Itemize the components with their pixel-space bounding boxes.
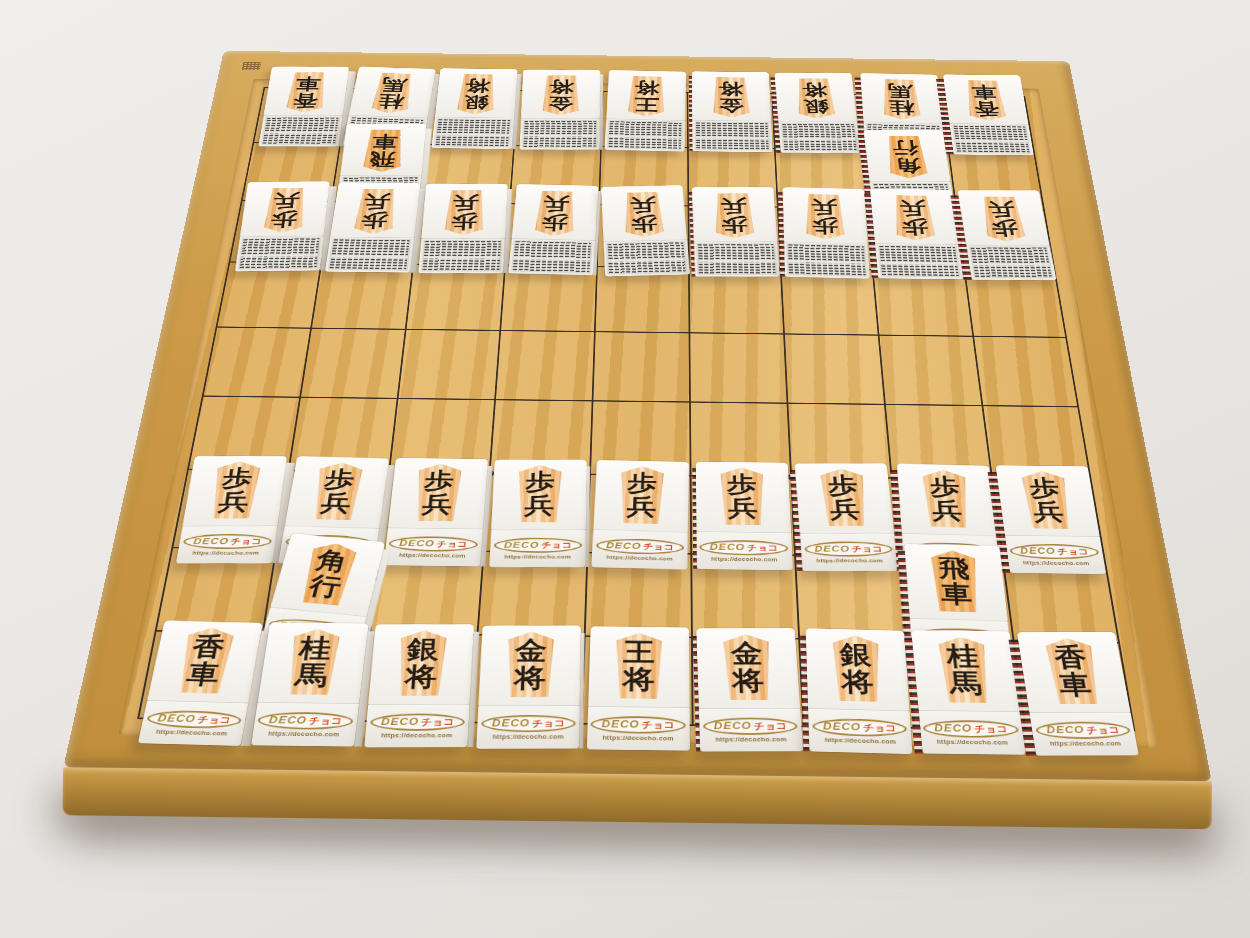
piece-top-face: 歩兵	[239, 181, 329, 237]
logo-choco-text: チョコ	[643, 541, 674, 552]
piece-shield: 桂馬	[929, 637, 1000, 703]
piece-sente-knight[interactable]: 桂馬DECOチョコhttps://decocho.com	[251, 622, 369, 746]
wrapper-logo-face: DECOチョコhttps://decocho.com	[1005, 536, 1106, 574]
piece-gote-pawn[interactable]: 歩兵	[418, 184, 507, 273]
piece-sente-pawn[interactable]: 歩兵DECOチョコhttps://decocho.com	[489, 460, 586, 567]
piece-gote-pawn[interactable]: 歩兵	[325, 182, 420, 272]
piece-top-face: 桂馬	[911, 630, 1020, 713]
piece-shield: 歩兵	[914, 469, 978, 528]
piece-top-face: 歩兵	[284, 456, 388, 529]
wrapper-logo-face: DECOチョコhttps://decocho.com	[489, 530, 586, 567]
piece-sente-pawn[interactable]: 歩兵DECOチョコhttps://decocho.com	[794, 463, 898, 571]
piece-kanji: 将	[801, 82, 827, 99]
logo-choco-text: チョコ	[862, 722, 896, 735]
deco-choco-logo: DECOチョコ	[803, 542, 893, 557]
brand-url: https://decocho.com	[504, 554, 571, 559]
logo-deco-text: DECO	[605, 540, 641, 551]
piece-kanji: 歩	[627, 471, 657, 495]
piece-gote-pawn[interactable]: 歩兵	[782, 187, 869, 279]
brand-url: https://decocho.com	[380, 732, 452, 738]
piece-shield: 歩兵	[255, 188, 313, 233]
piece-kanji: 兵	[987, 200, 1016, 219]
piece-gote-pawn[interactable]: 歩兵	[601, 185, 690, 276]
piece-kanji: 将	[634, 79, 659, 96]
piece-shield: 香車	[957, 80, 1013, 121]
piece-gote-pawn[interactable]: 歩兵	[870, 189, 963, 280]
wrapper-logo-face: DECOチョコhttps://decocho.com	[698, 709, 802, 752]
piece-kanji: 香	[973, 100, 1000, 117]
piece-kanji: 将	[731, 667, 764, 695]
piece-shield: 銀将	[449, 74, 502, 115]
deco-choco-logo: DECOチョコ	[1034, 722, 1131, 739]
piece-top-face: 銀将	[805, 628, 909, 712]
nutrition-label-print	[262, 118, 338, 144]
logo-deco-text: DECO	[268, 714, 308, 726]
piece-top-face: 歩兵	[896, 463, 996, 536]
piece-sente-silver[interactable]: 銀将DECOチョコhttps://decocho.com	[364, 624, 474, 747]
nutrition-label-print	[953, 126, 1029, 153]
piece-top-face: 銀将	[368, 624, 474, 705]
piece-kanji: 桂	[945, 642, 980, 669]
piece-shield: 金将	[714, 634, 781, 700]
logo-choco-text: チョコ	[851, 544, 883, 555]
nutrition-label-print	[523, 121, 596, 147]
piece-kanji: 将	[623, 665, 655, 693]
wrapper-label-face	[418, 239, 505, 273]
piece-top-face: 金将	[691, 71, 770, 122]
logo-deco-text: DECO	[192, 536, 229, 546]
wrapper-label-face	[508, 239, 595, 275]
piece-top-face: 桂馬	[257, 622, 368, 704]
logo-choco-text: チョコ	[1085, 724, 1120, 736]
piece-top-face: 歩兵	[387, 458, 487, 530]
piece-kanji: 歩	[929, 474, 961, 498]
piece-shield: 歩兵	[303, 462, 371, 521]
piece-kanji: 歩	[1028, 476, 1061, 500]
piece-kanji: 香	[1052, 644, 1088, 671]
piece-top-face: 飛車	[904, 544, 1007, 623]
wrapper-logo-face: DECOチョコhttps://decocho.com	[383, 528, 482, 566]
wrapper-logo-face: DECOチョコhttps://decocho.com	[808, 709, 912, 754]
nutrition-label-print	[422, 241, 500, 270]
piece-gote-pawn[interactable]: 歩兵	[957, 190, 1056, 280]
wrapper-label-face	[325, 237, 414, 272]
logo-deco-text: DECO	[491, 717, 529, 729]
piece-top-face: 歩兵	[330, 182, 420, 238]
piece-kanji: 桂	[888, 99, 914, 116]
piece-kanji: 兵	[319, 491, 353, 516]
piece-kanji: 馬	[887, 82, 913, 99]
piece-kanji: 将	[464, 77, 490, 94]
piece-shield: 飛車	[922, 550, 989, 613]
piece-kanji: 将	[718, 81, 743, 98]
piece-kanji: 歩	[826, 473, 858, 497]
piece-kanji: 銀	[839, 641, 872, 669]
piece-kanji: 兵	[216, 490, 250, 514]
piece-kanji: 将	[404, 663, 438, 691]
piece-shield: 歩兵	[508, 465, 569, 522]
piece-kanji: 歩	[721, 216, 748, 235]
wrapper-logo-face: DECOチョコhttps://decocho.com	[1029, 713, 1138, 756]
logo-choco-text: チョコ	[1057, 546, 1090, 557]
piece-kanji: 歩	[450, 212, 478, 231]
wrapper-label-face	[693, 242, 779, 277]
piece-top-face: 歩兵	[593, 460, 689, 533]
piece-shield: 桂馬	[277, 629, 349, 695]
piece-shield: 歩兵	[346, 189, 405, 234]
nutrition-label-print	[239, 238, 319, 268]
piece-top-face: 歩兵	[995, 465, 1099, 537]
piece-sente-pawn[interactable]: 歩兵DECOチョコhttps://decocho.com	[695, 462, 792, 571]
piece-kanji: 銀	[462, 94, 488, 111]
wrapper-label-face	[875, 244, 963, 280]
piece-shield: 歩兵	[973, 197, 1033, 242]
logo-deco-text: DECO	[710, 542, 746, 552]
piece-kanji: 銀	[406, 636, 440, 663]
piece-gote-silver[interactable]: 銀将	[431, 68, 517, 149]
brand-url: https://decocho.com	[816, 558, 883, 563]
deco-choco-logo: DECOチョコ	[923, 720, 1020, 738]
piece-top-face: 歩兵	[695, 462, 790, 534]
piece-kanji: 兵	[452, 194, 479, 213]
piece-shield: 歩兵	[406, 463, 471, 521]
piece-gote-lance[interactable]: 香車	[943, 74, 1034, 155]
piece-kanji: 車	[1056, 671, 1093, 699]
piece-gote-gold[interactable]: 金将	[691, 71, 772, 152]
piece-top-face: 歩兵	[691, 187, 777, 243]
wrapper-label-face	[431, 117, 513, 149]
frame-stamp	[242, 62, 261, 70]
wrapper-logo-face: DECOチョコhttps://decocho.com	[696, 532, 792, 570]
piece-top-face: 金将	[521, 70, 600, 120]
logo-choco-text: チョコ	[531, 717, 564, 729]
piece-kanji: 馬	[380, 76, 408, 93]
piece-top-face: 桂馬	[348, 66, 435, 118]
piece-top-face: 銀将	[774, 73, 857, 123]
wrapper-logo-face: DECOチョコhttps://decocho.com	[176, 526, 277, 563]
wrapper-side-right	[579, 633, 584, 748]
piece-kanji: 王	[633, 96, 659, 113]
wrapper-label-face	[784, 242, 870, 279]
logo-choco-text: チョコ	[753, 720, 787, 732]
piece-sente-pawn[interactable]: 歩兵DECOチョコhttps://decocho.com	[591, 460, 689, 570]
piece-kanji: 車	[184, 660, 221, 688]
brand-url: https://decocho.com	[492, 734, 563, 740]
piece-kanji: 兵	[728, 496, 758, 520]
piece-top-face: 香車	[1016, 632, 1130, 714]
wrapper-label-face	[258, 116, 342, 147]
piece-kanji: 飛	[368, 150, 396, 168]
piece-top-face: 銀将	[434, 68, 517, 119]
piece-kanji: 桂	[377, 93, 405, 111]
wrapper-label-face	[778, 122, 860, 153]
piece-kanji: 兵	[626, 494, 657, 519]
deco-choco-logo: DECOチョコ	[493, 538, 582, 553]
piece-top-face: 歩兵	[601, 185, 687, 242]
logo-choco-text: チョコ	[541, 540, 572, 551]
piece-shield: 歩兵	[797, 194, 851, 240]
wrapper-label-face	[234, 236, 323, 271]
piece-shield: 桂馬	[363, 73, 420, 115]
piece-sente-silver[interactable]: 銀将DECOチョコhttps://decocho.com	[805, 628, 912, 754]
piece-sente-gold[interactable]: 金将DECOチョコhttps://decocho.com	[696, 628, 803, 751]
piece-kanji: 車	[939, 581, 972, 608]
logo-choco-text: チョコ	[747, 542, 778, 553]
piece-shield: 金将	[535, 75, 586, 115]
wrapper-logo-face: DECOチョコhttps://decocho.com	[137, 701, 247, 746]
brand-url: https://decocho.com	[824, 737, 896, 745]
backdrop: 香車桂馬銀将金将王将金将銀将桂馬香車飛車角行歩兵歩兵歩兵歩兵歩兵歩兵歩兵歩兵歩兵…	[0, 0, 1250, 938]
piece-gote-pawn[interactable]: 歩兵	[508, 184, 598, 275]
nutrition-label-print	[782, 124, 856, 150]
deco-choco-logo: DECOチョコ	[595, 538, 684, 555]
piece-kanji: 金	[730, 640, 763, 667]
piece-kanji: 歩	[990, 219, 1020, 238]
piece-gote-pawn[interactable]: 歩兵	[234, 181, 329, 271]
piece-kanji: 香	[190, 633, 227, 661]
piece-top-face: 王将	[606, 70, 686, 121]
piece-shield: 銀将	[387, 630, 455, 696]
piece-shield: 歩兵	[885, 195, 942, 241]
piece-top-face: 桂馬	[860, 73, 942, 124]
wrapper-side-right	[599, 74, 603, 149]
piece-kanji: 兵	[720, 197, 747, 216]
wrapper-logo-face: DECOチョコhttps://decocho.com	[586, 707, 689, 751]
piece-shield: 角行	[290, 541, 367, 607]
piece-top-face: 香車	[147, 620, 263, 704]
piece-sente-pawn[interactable]: 歩兵DECOチョコhttps://decocho.com	[383, 458, 487, 566]
piece-gote-lance[interactable]: 香車	[258, 67, 349, 147]
piece-kanji: 兵	[542, 195, 570, 214]
wrapper-label-face	[966, 245, 1056, 280]
logo-deco-text: DECO	[380, 716, 419, 728]
wrapper-logo-face: DECOチョコhttps://decocho.com	[591, 530, 688, 570]
logo-deco-text: DECO	[1045, 724, 1085, 736]
piece-kanji: 歩	[524, 470, 554, 494]
piece-kanji: 金	[718, 97, 743, 114]
piece-shield: 歩兵	[707, 193, 762, 238]
piece-shield: 金将	[497, 632, 563, 698]
piece-kanji: 歩	[811, 216, 838, 236]
piece-kanji: 馬	[948, 669, 983, 697]
piece-shield: 銀将	[823, 635, 890, 702]
nutrition-label-print	[608, 121, 681, 149]
nutrition-label-print	[879, 246, 958, 276]
piece-kanji: 兵	[828, 497, 860, 521]
piece-kanji: 歩	[360, 211, 389, 230]
deco-choco-logo: DECOチョコ	[369, 714, 465, 731]
piece-gote-king[interactable]: 王将	[604, 70, 686, 152]
deco-choco-logo: DECOチョコ	[388, 536, 478, 552]
brand-url: https://decocho.com	[602, 735, 673, 742]
piece-shield: 歩兵	[811, 469, 875, 526]
piece-shield: 歩兵	[527, 191, 583, 237]
piece-top-face: 金将	[696, 628, 800, 710]
piece-shield: 桂馬	[874, 79, 927, 120]
deco-choco-logo: DECOチョコ	[591, 716, 686, 734]
piece-shield: 歩兵	[1013, 471, 1081, 529]
brand-url: https://decocho.com	[936, 739, 1008, 746]
nutrition-label-print	[435, 119, 509, 146]
nutrition-label-print	[970, 248, 1051, 278]
piece-shield: 歩兵	[616, 192, 671, 238]
piece-kanji: 行	[891, 139, 919, 157]
piece-top-face: 歩兵	[794, 463, 894, 534]
wrapper-logo-face: DECOチョコhttps://decocho.com	[799, 534, 898, 571]
piece-kanji: 歩	[323, 467, 356, 491]
logo-deco-text: DECO	[822, 720, 860, 732]
piece-kanji: 角	[894, 157, 922, 175]
logo-choco-text: チョコ	[641, 719, 674, 732]
piece-kanji: 兵	[421, 492, 453, 516]
wrapper-label-face	[604, 119, 685, 152]
piece-kanji: 歩	[424, 468, 456, 492]
piece-kanji: 行	[306, 572, 343, 600]
piece-kanji: 兵	[629, 196, 656, 215]
piece-kanji: 歩	[900, 218, 928, 237]
deco-choco-logo: DECOチョコ	[1009, 544, 1100, 560]
piece-kanji: 兵	[898, 199, 926, 218]
piece-kanji: 歩	[540, 213, 568, 232]
deco-choco-logo: DECOチョコ	[702, 718, 797, 735]
brand-url: https://decocho.com	[268, 731, 340, 738]
brand-url: https://decocho.com	[399, 552, 466, 558]
brand-url: https://decocho.com	[1049, 740, 1121, 746]
piece-kanji: 兵	[1032, 499, 1065, 524]
piece-sente-pawn[interactable]: 歩兵DECOチョコhttps://decocho.com	[995, 465, 1106, 574]
logo-deco-text: DECO	[713, 720, 751, 732]
nutrition-label-print	[607, 242, 685, 273]
piece-kanji: 歩	[630, 214, 658, 233]
piece-kanji: 兵	[272, 191, 301, 210]
wrapper-logo-face: DECOチョコhttps://decocho.com	[251, 703, 359, 747]
deco-choco-logo: DECOチョコ	[812, 718, 908, 738]
piece-kanji: 桂	[298, 634, 333, 661]
board-rig: 香車桂馬銀将金将王将金将銀将桂馬香車飛車角行歩兵歩兵歩兵歩兵歩兵歩兵歩兵歩兵歩兵…	[0, 0, 1250, 938]
piece-top-face: 香車	[263, 67, 349, 117]
piece-kanji: 車	[370, 133, 397, 151]
brand-url: https://decocho.com	[606, 555, 673, 562]
piece-top-face: 歩兵	[182, 456, 287, 527]
piece-shield: 香車	[1035, 638, 1110, 704]
piece-top-face: 歩兵	[957, 190, 1049, 246]
logo-choco-text: チョコ	[436, 539, 468, 550]
logo-deco-text: DECO	[814, 544, 850, 554]
logo-deco-text: DECO	[934, 722, 973, 734]
logo-choco-text: チョコ	[974, 723, 1009, 736]
piece-kanji: 歩	[727, 472, 757, 496]
wrapper-label-face	[603, 240, 689, 276]
brand-url: https://decocho.com	[1022, 560, 1089, 566]
piece-top-face: 歩兵	[491, 460, 587, 531]
piece-shield: 香車	[278, 72, 334, 112]
piece-top-face: 香車	[943, 74, 1029, 125]
piece-kanji: 歩	[269, 210, 298, 229]
deco-choco-logo: DECOチョコ	[257, 712, 354, 730]
piece-kanji: 兵	[931, 498, 963, 523]
piece-shield: 歩兵	[437, 190, 493, 235]
piece-kanji: 銀	[803, 98, 829, 115]
deco-choco-logo: DECOチョコ	[182, 534, 273, 549]
logo-choco-text: チョコ	[229, 536, 262, 547]
piece-kanji: 将	[548, 79, 573, 96]
wrapper-side-right	[585, 466, 590, 567]
piece-gote-silver[interactable]: 銀将	[774, 73, 860, 153]
deco-choco-logo: DECOチョコ	[480, 715, 575, 732]
logo-choco-text: チョコ	[308, 715, 343, 728]
wrapper-logo-face: DECOチョコhttps://decocho.com	[364, 705, 469, 748]
piece-kanji: 金	[514, 637, 546, 664]
wrapper-logo-face: DECOチョコhttps://decocho.com	[918, 711, 1025, 755]
piece-shield: 王将	[606, 633, 670, 699]
brand-url: https://decocho.com	[155, 729, 227, 737]
piece-shield: 金将	[706, 77, 757, 118]
wrapper-label-face	[519, 119, 599, 150]
logo-deco-text: DECO	[1019, 546, 1056, 556]
piece-kanji: 飛	[937, 555, 970, 581]
wrapper-label-face	[692, 120, 772, 152]
logo-choco-text: チョコ	[196, 713, 231, 726]
deco-choco-logo: DECOチョコ	[700, 540, 789, 556]
deco-choco-logo: DECOチョコ	[145, 710, 243, 730]
wrapper-label-face	[949, 124, 1033, 156]
piece-kanji: 将	[513, 664, 546, 692]
piece-top-face: 歩兵	[870, 189, 959, 246]
logo-deco-text: DECO	[399, 538, 435, 548]
piece-kanji: 歩	[220, 466, 253, 490]
piece-top-face: 歩兵	[511, 184, 598, 241]
piece-shield: 歩兵	[201, 461, 269, 518]
piece-kanji: 馬	[294, 661, 330, 689]
logo-deco-text: DECO	[503, 540, 539, 550]
piece-sente-gold[interactable]: 金将DECOチョコhttps://decocho.com	[476, 625, 581, 748]
piece-top-face: 歩兵	[421, 184, 507, 240]
piece-sente-pawn[interactable]: 歩兵DECOチョコhttps://decocho.com	[176, 456, 287, 563]
piece-kanji: 将	[840, 668, 873, 696]
piece-shield: 歩兵	[610, 466, 671, 525]
piece-sente-knight[interactable]: 桂馬DECOチョコhttps://decocho.com	[911, 630, 1026, 755]
piece-shield: 飛車	[355, 130, 411, 172]
piece-kanji: 金	[548, 95, 573, 112]
piece-shield: 歩兵	[712, 467, 773, 525]
piece-kanji: 車	[294, 76, 321, 93]
nutrition-label-print	[788, 244, 866, 275]
piece-top-face: 金将	[478, 625, 581, 706]
nutrition-label-print	[698, 244, 776, 274]
brand-url: https://decocho.com	[192, 550, 259, 555]
piece-top-face: 飛車	[340, 124, 426, 176]
piece-top-face: 歩兵	[782, 187, 867, 245]
piece-kanji: 兵	[362, 192, 391, 211]
piece-kanji: 王	[623, 638, 655, 665]
piece-shield: 銀将	[789, 78, 842, 118]
piece-top-face: 角行	[863, 130, 950, 183]
piece-shield: 香車	[167, 627, 243, 694]
logo-deco-text: DECO	[156, 712, 196, 724]
piece-shield: 王将	[620, 76, 671, 117]
shogi-board: 香車桂馬銀将金将王将金将銀将桂馬香車飛車角行歩兵歩兵歩兵歩兵歩兵歩兵歩兵歩兵歩兵…	[63, 51, 1212, 782]
piece-gote-gold[interactable]: 金将	[519, 70, 600, 150]
piece-sente-king[interactable]: 王将DECOチョコhttps://decocho.com	[586, 626, 689, 750]
nutrition-label-print	[696, 122, 769, 149]
brand-url: https://decocho.com	[711, 556, 778, 562]
nutrition-label-print	[329, 239, 409, 269]
nutrition-label-print	[512, 241, 590, 272]
logo-deco-text: DECO	[601, 718, 639, 730]
piece-top-face: 王将	[588, 626, 689, 709]
piece-gote-pawn[interactable]: 歩兵	[691, 187, 779, 277]
piece-shield: 角行	[878, 136, 935, 179]
